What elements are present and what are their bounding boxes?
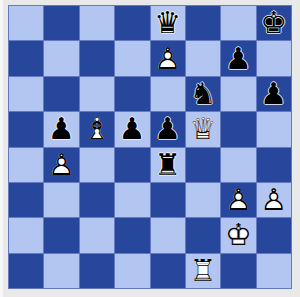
square-h3[interactable]: ♟♙ — [257, 183, 291, 217]
square-c7[interactable] — [80, 41, 114, 75]
square-h8[interactable]: ♚ — [257, 6, 291, 40]
square-d1[interactable] — [115, 254, 149, 288]
black-queen-icon: ♛ — [151, 6, 185, 40]
black-pawn-piece-b5: ♟ — [44, 112, 78, 146]
black-pawn-piece-h6: ♟ — [257, 77, 291, 111]
page-background: ♛♚♟♙♟♞♟♟♝♗♟♟♛♕♟♙♜♟♙♟♙♚♔♜♖ — [0, 0, 300, 297]
black-rook-icon: ♜ — [151, 148, 185, 182]
square-a3[interactable] — [9, 183, 43, 217]
square-a6[interactable] — [9, 77, 43, 111]
square-g2[interactable]: ♚♔ — [221, 218, 255, 252]
square-g1[interactable] — [221, 254, 255, 288]
square-b2[interactable] — [44, 218, 78, 252]
square-b8[interactable] — [44, 6, 78, 40]
white-queen-piece-f5: ♛♕ — [186, 112, 220, 146]
black-pawn-icon: ♟ — [44, 112, 78, 146]
square-a5[interactable] — [9, 112, 43, 146]
white-pawn-piece-b4: ♟♙ — [44, 148, 78, 182]
black-pawn-piece-d5: ♟ — [115, 112, 149, 146]
square-f8[interactable] — [186, 6, 220, 40]
white-pawn-outline-icon: ♙ — [151, 41, 185, 75]
square-g4[interactable] — [221, 148, 255, 182]
square-c5[interactable]: ♝♗ — [80, 112, 114, 146]
square-f1[interactable]: ♜♖ — [186, 254, 220, 288]
square-e7[interactable]: ♟♙ — [151, 41, 185, 75]
black-king-piece-h8: ♚ — [257, 6, 291, 40]
white-pawn-outline-icon: ♙ — [257, 183, 291, 217]
square-g8[interactable] — [221, 6, 255, 40]
black-rook-piece-e4: ♜ — [151, 148, 185, 182]
square-b7[interactable] — [44, 41, 78, 75]
square-b1[interactable] — [44, 254, 78, 288]
square-a1[interactable] — [9, 254, 43, 288]
white-rook-piece-f1: ♜♖ — [186, 254, 220, 288]
white-rook-outline-icon: ♖ — [186, 254, 220, 288]
square-d8[interactable] — [115, 6, 149, 40]
square-e5[interactable]: ♟ — [151, 112, 185, 146]
white-bishop-piece-c5: ♝♗ — [80, 112, 114, 146]
black-knight-piece-f6: ♞ — [186, 77, 220, 111]
white-pawn-piece-h3: ♟♙ — [257, 183, 291, 217]
white-king-piece-g2: ♚♔ — [221, 218, 255, 252]
square-f4[interactable] — [186, 148, 220, 182]
square-c2[interactable] — [80, 218, 114, 252]
square-f2[interactable] — [186, 218, 220, 252]
square-d3[interactable] — [115, 183, 149, 217]
square-b3[interactable] — [44, 183, 78, 217]
square-c1[interactable] — [80, 254, 114, 288]
white-king-outline-icon: ♔ — [221, 218, 255, 252]
square-a7[interactable] — [9, 41, 43, 75]
square-b4[interactable]: ♟♙ — [44, 148, 78, 182]
black-pawn-icon: ♟ — [151, 112, 185, 146]
square-h2[interactable] — [257, 218, 291, 252]
square-e8[interactable]: ♛ — [151, 6, 185, 40]
black-pawn-piece-g7: ♟ — [221, 41, 255, 75]
black-queen-piece-e8: ♛ — [151, 6, 185, 40]
square-f7[interactable] — [186, 41, 220, 75]
white-pawn-piece-g3: ♟♙ — [221, 183, 255, 217]
chess-board: ♛♚♟♙♟♞♟♟♝♗♟♟♛♕♟♙♜♟♙♟♙♚♔♜♖ — [8, 5, 292, 289]
black-pawn-piece-e5: ♟ — [151, 112, 185, 146]
square-d5[interactable]: ♟ — [115, 112, 149, 146]
square-e6[interactable] — [151, 77, 185, 111]
square-h6[interactable]: ♟ — [257, 77, 291, 111]
square-a2[interactable] — [9, 218, 43, 252]
square-h7[interactable] — [257, 41, 291, 75]
black-king-icon: ♚ — [257, 6, 291, 40]
square-c6[interactable] — [80, 77, 114, 111]
square-g3[interactable]: ♟♙ — [221, 183, 255, 217]
square-a4[interactable] — [9, 148, 43, 182]
square-c4[interactable] — [80, 148, 114, 182]
square-d4[interactable] — [115, 148, 149, 182]
square-b5[interactable]: ♟ — [44, 112, 78, 146]
black-pawn-icon: ♟ — [221, 41, 255, 75]
white-pawn-piece-e7: ♟♙ — [151, 41, 185, 75]
square-h1[interactable] — [257, 254, 291, 288]
square-d7[interactable] — [115, 41, 149, 75]
black-pawn-icon: ♟ — [257, 77, 291, 111]
black-pawn-icon: ♟ — [115, 112, 149, 146]
window-edge — [0, 0, 3, 297]
square-e2[interactable] — [151, 218, 185, 252]
square-h5[interactable] — [257, 112, 291, 146]
square-f5[interactable]: ♛♕ — [186, 112, 220, 146]
square-d6[interactable] — [115, 77, 149, 111]
black-knight-icon: ♞ — [186, 77, 220, 111]
square-d2[interactable] — [115, 218, 149, 252]
square-a8[interactable] — [9, 6, 43, 40]
square-f6[interactable]: ♞ — [186, 77, 220, 111]
square-e3[interactable] — [151, 183, 185, 217]
white-bishop-outline-icon: ♗ — [80, 112, 114, 146]
square-e4[interactable]: ♜ — [151, 148, 185, 182]
white-queen-outline-icon: ♕ — [186, 112, 220, 146]
square-g5[interactable] — [221, 112, 255, 146]
square-f3[interactable] — [186, 183, 220, 217]
white-pawn-outline-icon: ♙ — [221, 183, 255, 217]
square-c3[interactable] — [80, 183, 114, 217]
white-pawn-outline-icon: ♙ — [44, 148, 78, 182]
square-h4[interactable] — [257, 148, 291, 182]
square-g6[interactable] — [221, 77, 255, 111]
square-g7[interactable]: ♟ — [221, 41, 255, 75]
square-e1[interactable] — [151, 254, 185, 288]
square-c8[interactable] — [80, 6, 114, 40]
square-b6[interactable] — [44, 77, 78, 111]
